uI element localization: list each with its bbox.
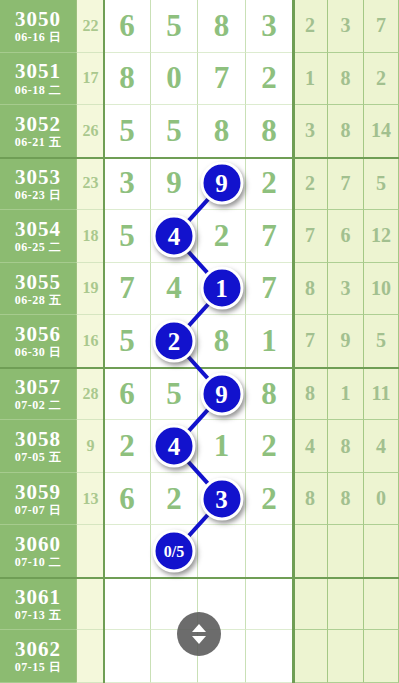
digit-cell: 2: [246, 473, 293, 526]
stat-cell: [328, 578, 364, 631]
issue-date-cell: 3060 07-10 二: [0, 525, 76, 578]
stat-cell: 2: [293, 0, 328, 53]
stat-cell: 8: [328, 473, 364, 526]
sum-cell: 22: [76, 0, 104, 53]
issue-number: 3051: [15, 60, 61, 82]
digit-cell: 8: [198, 105, 246, 158]
digit-cell: 1: [246, 315, 293, 368]
digit-cell: 0/5: [151, 525, 198, 578]
stat-cell: [293, 578, 328, 631]
digit-cell: 9: [151, 158, 198, 211]
draw-date: 07-02 二: [15, 399, 62, 412]
digit-cell: [246, 630, 293, 683]
digit-cell: 7: [246, 210, 293, 263]
stat-cell: 1: [328, 368, 364, 421]
sum-cell: 26: [76, 105, 104, 158]
digit-cell: 5: [104, 315, 151, 368]
stat-cell: 7: [293, 210, 328, 263]
issue-number: 3055: [15, 271, 61, 293]
issue-date-cell: 3051 06-18 二: [0, 53, 76, 106]
stat-cell: 7: [328, 158, 364, 211]
stat-cell: [364, 630, 399, 683]
issue-date-cell: 3058 07-05 五: [0, 420, 76, 473]
digit-cell: 3: [104, 158, 151, 211]
draw-date: 06-18 二: [15, 84, 62, 97]
stat-cell: 5: [364, 315, 399, 368]
digit-cell: 2: [104, 420, 151, 473]
issue-number: 3060: [15, 533, 61, 555]
issue-date-cell: 3062 07-15 日: [0, 630, 76, 683]
digit-cell: 5: [151, 368, 198, 421]
draw-date: 07-05 五: [15, 451, 62, 464]
stat-cell: 2: [364, 53, 399, 106]
issue-number: 3054: [15, 218, 61, 240]
digit-cell: [104, 525, 151, 578]
stat-cell: 5: [364, 158, 399, 211]
issue-number: 3062: [15, 638, 61, 660]
digit-cell: 1: [198, 420, 246, 473]
issue-number: 3052: [15, 113, 61, 135]
digit-cell: 9: [198, 368, 246, 421]
draw-date: 07-07 日: [15, 504, 62, 517]
stat-cell: 7: [364, 0, 399, 53]
scroll-toggle-button[interactable]: [177, 612, 221, 656]
issue-date-cell: 3053 06-23 日: [0, 158, 76, 211]
issue-date-cell: 3054 06-25 二: [0, 210, 76, 263]
issue-date-cell: 3057 07-02 二: [0, 368, 76, 421]
draw-date: 07-13 五: [15, 609, 62, 622]
digit-cell: 0: [151, 53, 198, 106]
stat-cell: 6: [328, 210, 364, 263]
digit-cell: 4: [151, 263, 198, 316]
digit-cell: 5: [151, 0, 198, 53]
digit-cell: 1: [198, 263, 246, 316]
digit-cell: 2: [246, 158, 293, 211]
issue-number: 3059: [15, 481, 61, 503]
drawn-number-marker: 4: [153, 214, 196, 257]
issue-date-cell: 3056 06-30 日: [0, 315, 76, 368]
sum-cell: 13: [76, 473, 104, 526]
digit-cell: 6: [104, 0, 151, 53]
stat-cell: 8: [328, 53, 364, 106]
sum-cell: 16: [76, 315, 104, 368]
issue-date-cell: 3059 07-07 日: [0, 473, 76, 526]
digit-cell: 6: [104, 368, 151, 421]
issue-number: 3050: [15, 8, 61, 30]
sum-cell: 28: [76, 368, 104, 421]
digit-cell: 2: [246, 53, 293, 106]
sum-cell: 9: [76, 420, 104, 473]
stat-cell: 8: [328, 105, 364, 158]
digit-cell: 6: [104, 473, 151, 526]
issue-date-cell: 3061 07-13 五: [0, 578, 76, 631]
stat-cell: 8: [293, 473, 328, 526]
drawn-number-marker: 9: [200, 162, 243, 205]
draw-date: 07-10 二: [15, 556, 62, 569]
prediction-marker: 0/5: [153, 530, 196, 573]
digit-cell: 7: [246, 263, 293, 316]
stat-cell: 8: [328, 420, 364, 473]
digit-cell: 5: [104, 105, 151, 158]
issue-number: 3061: [15, 586, 61, 608]
digit-cell: 8: [104, 53, 151, 106]
sum-cell: 17: [76, 53, 104, 106]
digit-cell: 8: [246, 368, 293, 421]
sum-cell: [76, 630, 104, 683]
digit-cell: 4: [151, 420, 198, 473]
stat-cell: 7: [293, 315, 328, 368]
draw-date: 06-23 日: [15, 189, 62, 202]
sum-cell: [76, 525, 104, 578]
stat-cell: 3: [293, 105, 328, 158]
digit-cell: 2: [198, 210, 246, 263]
draw-date: 07-15 日: [15, 661, 62, 674]
stat-cell: 0: [364, 473, 399, 526]
arrow-up-icon: [192, 624, 206, 632]
digit-cell: [246, 525, 293, 578]
digit-cell: 8: [246, 105, 293, 158]
stat-cell: [364, 525, 399, 578]
sum-cell: 18: [76, 210, 104, 263]
digit-cell: 8: [198, 0, 246, 53]
sum-cell: 19: [76, 263, 104, 316]
draw-date: 06-21 五: [15, 136, 62, 149]
issue-number: 3058: [15, 428, 61, 450]
digit-cell: [104, 630, 151, 683]
digit-cell: 7: [198, 53, 246, 106]
draw-date: 06-30 日: [15, 346, 62, 359]
digit-cell: 8: [198, 315, 246, 368]
stat-cell: 4: [364, 420, 399, 473]
drawn-number-marker: 9: [200, 372, 243, 415]
issue-number: 3053: [15, 166, 61, 188]
digit-cell: 2: [151, 473, 198, 526]
stat-cell: 1: [293, 53, 328, 106]
arrow-down-icon: [192, 636, 206, 644]
stat-cell: 10: [364, 263, 399, 316]
stat-cell: 4: [293, 420, 328, 473]
drawn-number-marker: 3: [200, 477, 243, 520]
stat-cell: [328, 525, 364, 578]
digit-cell: 3: [198, 473, 246, 526]
digit-cell: 7: [104, 263, 151, 316]
digit-cell: [246, 578, 293, 631]
digit-cell: 3: [246, 0, 293, 53]
stat-cell: 3: [328, 263, 364, 316]
digit-cell: [198, 525, 246, 578]
drawn-number-marker: 2: [153, 319, 196, 362]
stat-cell: 2: [293, 158, 328, 211]
stat-cell: [364, 578, 399, 631]
stat-cell: 11: [364, 368, 399, 421]
digit-cell: 2: [151, 315, 198, 368]
stat-cell: 8: [293, 263, 328, 316]
stat-cell: 3: [328, 0, 364, 53]
digit-cell: 2: [246, 420, 293, 473]
issue-number: 3057: [15, 376, 61, 398]
digit-cell: 5: [151, 105, 198, 158]
draw-date: 06-16 日: [15, 31, 62, 44]
draw-date: 06-28 五: [15, 294, 62, 307]
stat-cell: 9: [328, 315, 364, 368]
issue-date-cell: 3050 06-16 日: [0, 0, 76, 53]
sum-cell: 23: [76, 158, 104, 211]
drawn-number-marker: 4: [153, 425, 196, 468]
stat-cell: [293, 630, 328, 683]
stat-cell: [328, 630, 364, 683]
stat-cell: 8: [293, 368, 328, 421]
drawn-number-marker: 1: [200, 267, 243, 310]
stat-cell: 12: [364, 210, 399, 263]
digit-cell: 4: [151, 210, 198, 263]
digit-cell: [104, 578, 151, 631]
stat-cell: [293, 525, 328, 578]
issue-date-cell: 3052 06-21 五: [0, 105, 76, 158]
lottery-trend-board: 3050 06-16 日 22 6583237 3051 06-18 二 17 …: [0, 0, 399, 683]
issue-date-cell: 3055 06-28 五: [0, 263, 76, 316]
digit-cell: 9: [198, 158, 246, 211]
sum-cell: [76, 578, 104, 631]
digit-cell: 5: [104, 210, 151, 263]
draw-date: 06-25 二: [15, 241, 62, 254]
issue-number: 3056: [15, 323, 61, 345]
stat-cell: 14: [364, 105, 399, 158]
